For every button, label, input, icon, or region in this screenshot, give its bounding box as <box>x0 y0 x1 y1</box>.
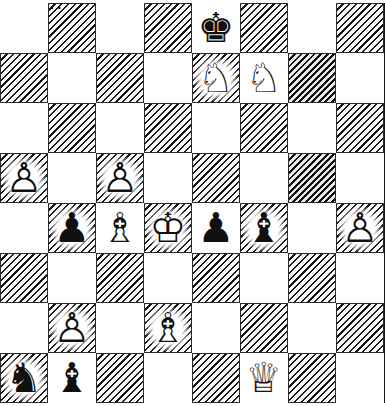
square-c2[interactable] <box>96 303 144 353</box>
square-f8[interactable] <box>240 3 288 53</box>
piece-white-bishop: ♗ <box>144 303 192 353</box>
print-artifact: ·· <box>165 2 179 15</box>
square-c1[interactable] <box>96 353 144 403</box>
square-b4[interactable]: ♟ <box>48 203 96 253</box>
square-a5[interactable]: ♙ <box>0 153 48 203</box>
square-b1[interactable]: ♝ <box>48 353 96 403</box>
square-a7[interactable] <box>0 53 48 103</box>
square-e4[interactable]: ♟ <box>192 203 240 253</box>
square-e3[interactable] <box>192 253 240 303</box>
scanned-chess-diagram-page: { "game": "chess", "diagram_style": "vin… <box>0 0 385 406</box>
square-e8[interactable]: ♚ <box>192 3 240 53</box>
square-c5[interactable]: ♙ <box>96 153 144 203</box>
square-g8[interactable] <box>288 3 336 53</box>
piece-white-pawn: ♙ <box>48 303 96 353</box>
chess-board: ♚♘♘♙♙♟♗♔♟♝♙♙♗♞♝♕ <box>0 3 385 403</box>
square-g3[interactable] <box>288 253 336 303</box>
square-c8[interactable] <box>96 3 144 53</box>
square-h8[interactable] <box>336 3 384 53</box>
square-a8[interactable] <box>0 3 48 53</box>
square-f5[interactable] <box>240 153 288 203</box>
piece-black-knight: ♞ <box>0 353 48 403</box>
square-a1[interactable]: ♞ <box>0 353 48 403</box>
square-b2[interactable]: ♙ <box>48 303 96 353</box>
square-a3[interactable] <box>0 253 48 303</box>
square-h7[interactable] <box>336 53 384 103</box>
square-d1[interactable] <box>144 353 192 403</box>
square-e6[interactable] <box>192 103 240 153</box>
square-b3[interactable] <box>48 253 96 303</box>
square-d7[interactable] <box>144 53 192 103</box>
square-d2[interactable]: ♗ <box>144 303 192 353</box>
square-c6[interactable] <box>96 103 144 153</box>
square-a4[interactable] <box>0 203 48 253</box>
square-b6[interactable] <box>48 103 96 153</box>
print-artifact: ·· <box>50 2 64 15</box>
piece-white-king: ♔ <box>144 203 192 253</box>
square-a6[interactable] <box>0 103 48 153</box>
piece-black-bishop: ♝ <box>240 203 288 253</box>
piece-black-bishop: ♝ <box>48 353 96 403</box>
square-b7[interactable] <box>48 53 96 103</box>
square-a2[interactable] <box>0 303 48 353</box>
square-e2[interactable] <box>192 303 240 353</box>
square-b5[interactable] <box>48 153 96 203</box>
square-g1[interactable] <box>288 353 336 403</box>
piece-black-pawn: ♟ <box>192 203 240 253</box>
square-d3[interactable] <box>144 253 192 303</box>
square-g4[interactable] <box>288 203 336 253</box>
piece-white-bishop: ♗ <box>96 203 144 253</box>
square-f1[interactable]: ♕ <box>240 353 288 403</box>
square-f3[interactable] <box>240 253 288 303</box>
square-f6[interactable] <box>240 103 288 153</box>
piece-black-king: ♚ <box>192 3 240 53</box>
square-f4[interactable]: ♝ <box>240 203 288 253</box>
square-g2[interactable] <box>288 303 336 353</box>
square-g5[interactable] <box>288 153 336 203</box>
square-h1[interactable] <box>336 353 384 403</box>
square-g6[interactable] <box>288 103 336 153</box>
square-f7[interactable]: ♘ <box>240 53 288 103</box>
square-d6[interactable] <box>144 103 192 153</box>
piece-white-pawn: ♙ <box>0 153 48 203</box>
square-c4[interactable]: ♗ <box>96 203 144 253</box>
piece-white-knight: ♘ <box>192 53 240 103</box>
square-d4[interactable]: ♔ <box>144 203 192 253</box>
square-d5[interactable] <box>144 153 192 203</box>
square-c7[interactable] <box>96 53 144 103</box>
square-h4[interactable]: ♙ <box>336 203 384 253</box>
piece-white-pawn: ♙ <box>336 203 384 253</box>
square-h5[interactable] <box>336 153 384 203</box>
square-e1[interactable] <box>192 353 240 403</box>
square-g7[interactable] <box>288 53 336 103</box>
square-c3[interactable] <box>96 253 144 303</box>
piece-black-pawn: ♟ <box>48 203 96 253</box>
piece-white-queen: ♕ <box>240 353 288 403</box>
square-e7[interactable]: ♘ <box>192 53 240 103</box>
square-h3[interactable] <box>336 253 384 303</box>
piece-white-knight: ♘ <box>240 53 288 103</box>
square-e5[interactable] <box>192 153 240 203</box>
piece-white-pawn: ♙ <box>96 153 144 203</box>
square-f2[interactable] <box>240 303 288 353</box>
square-h6[interactable] <box>336 103 384 153</box>
square-h2[interactable] <box>336 303 384 353</box>
